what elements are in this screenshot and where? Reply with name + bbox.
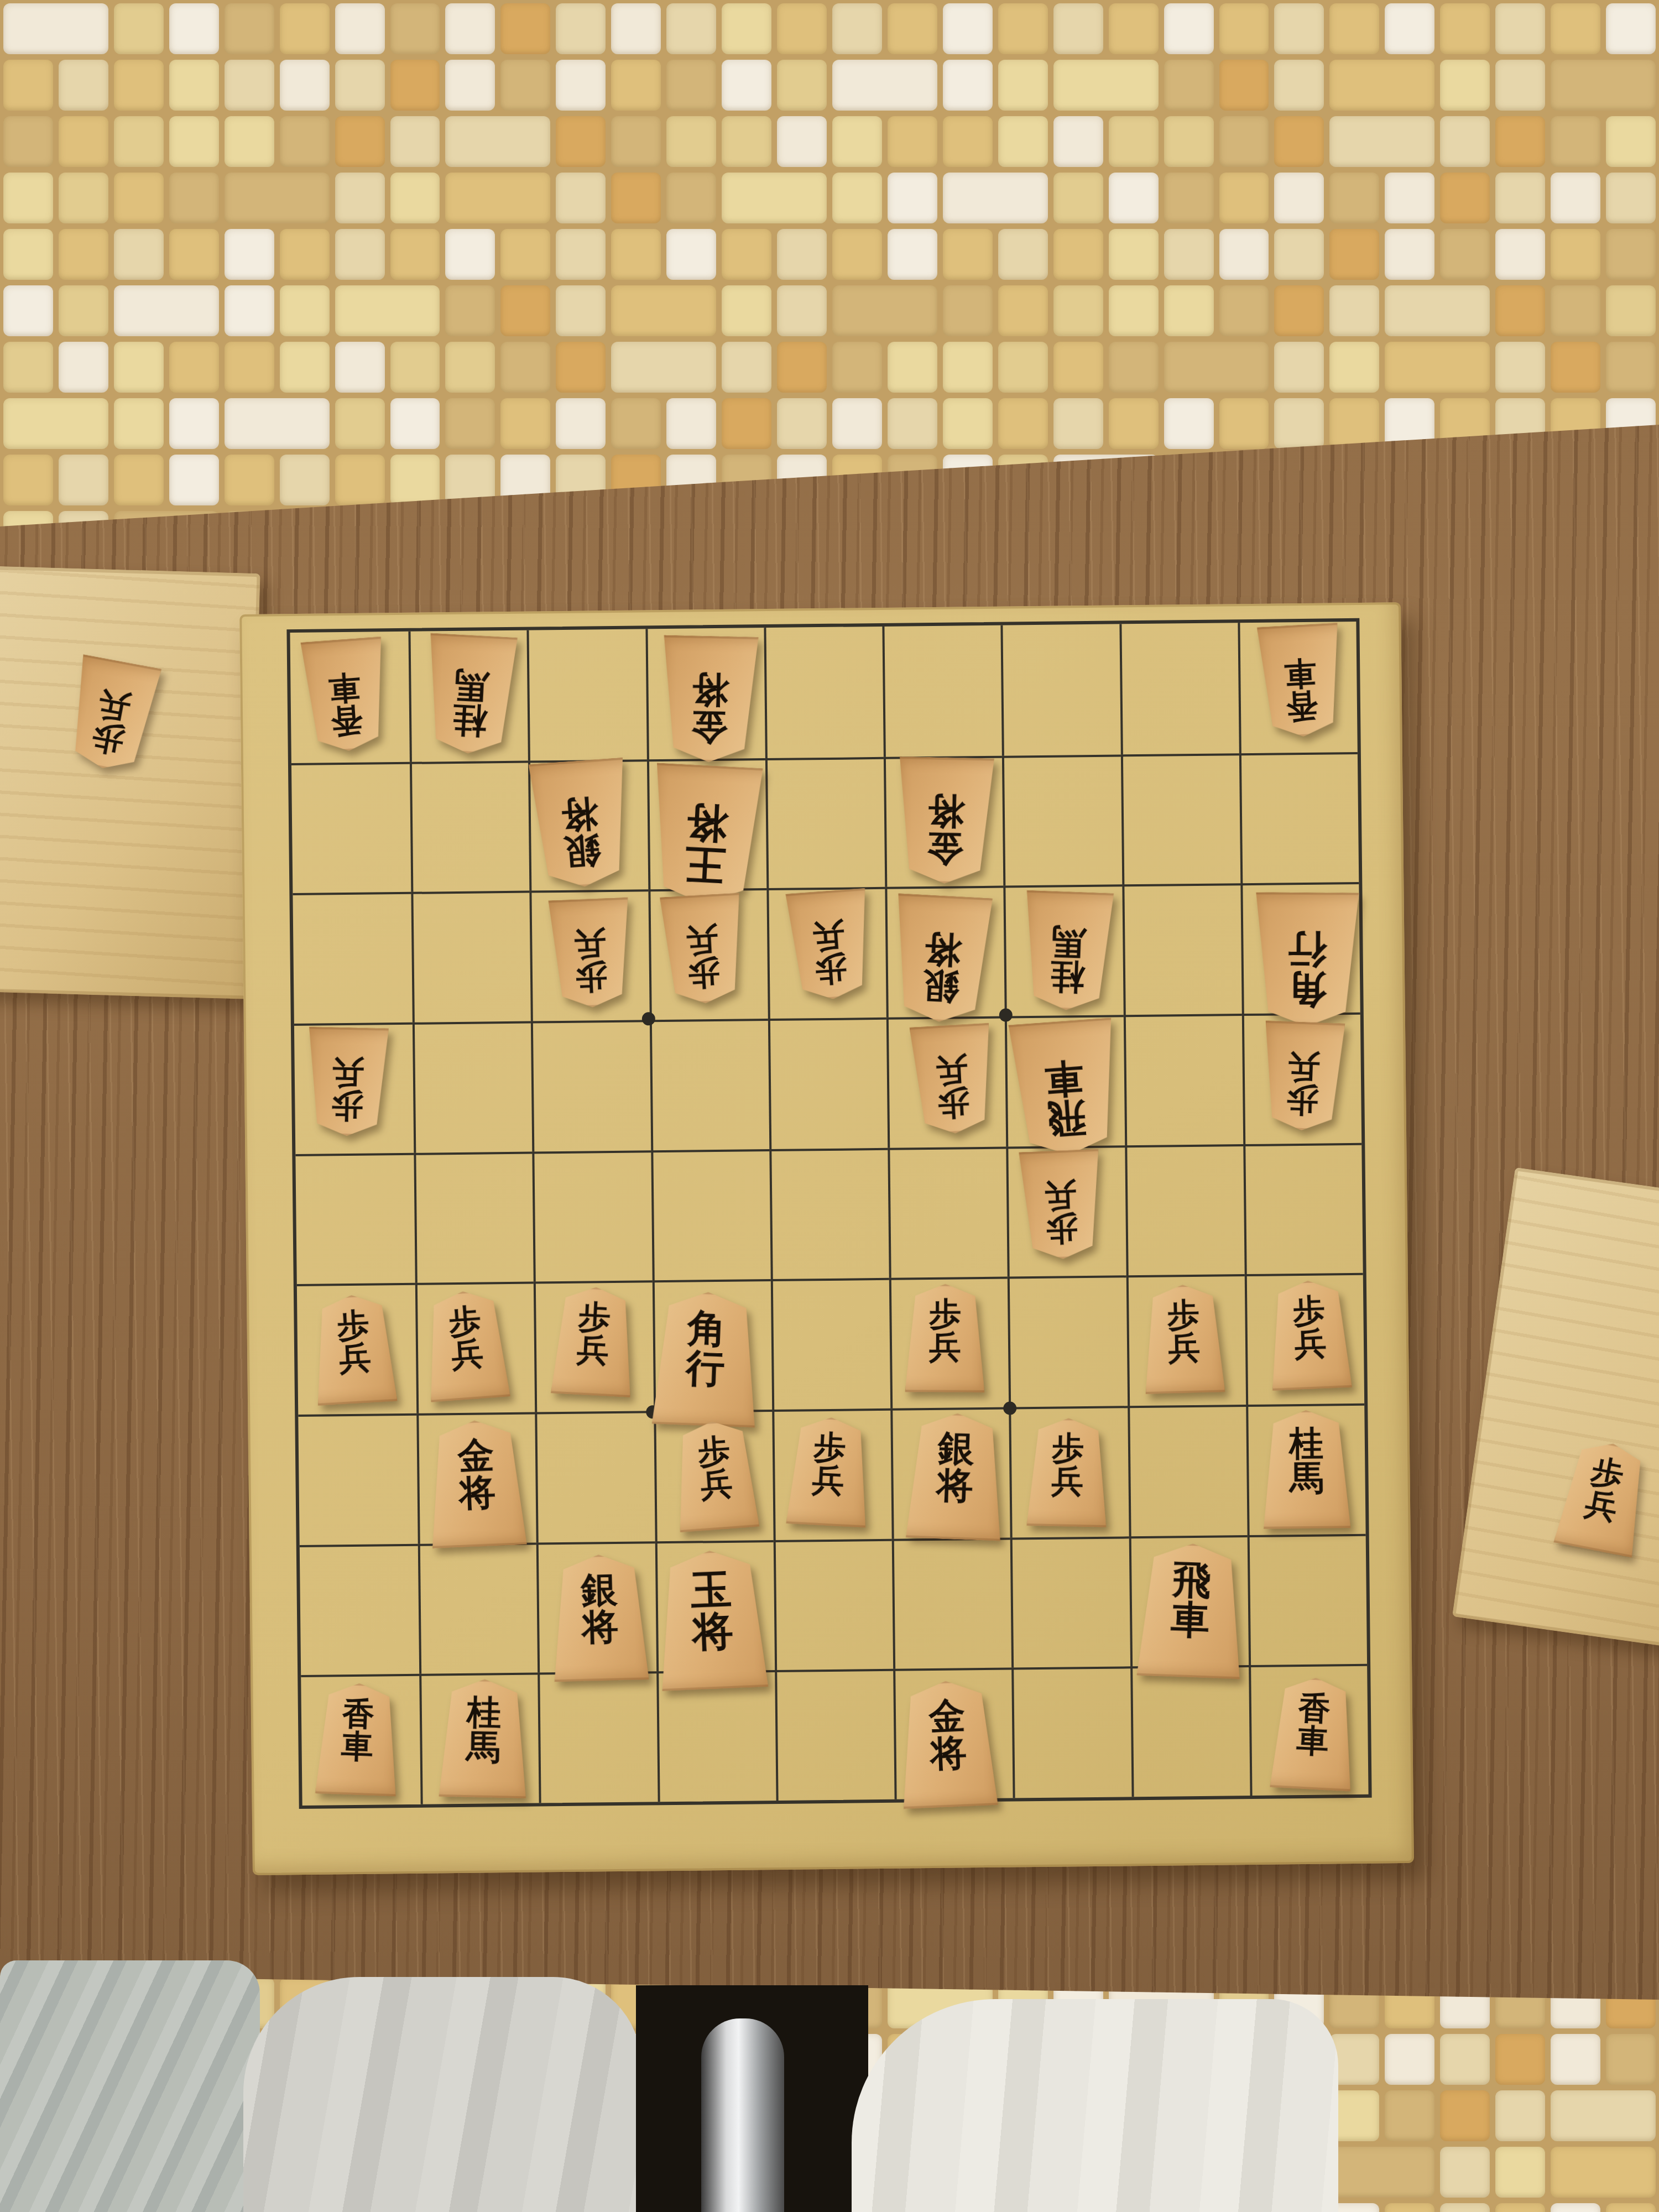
floor-tile (832, 116, 882, 167)
floor-tile (998, 229, 1048, 280)
piece-kanji-top: 歩 (936, 1086, 970, 1120)
floor-tile (280, 116, 330, 167)
piece-kanji-top: 玉 (690, 1568, 733, 1611)
floor-tile (666, 116, 716, 167)
floor-tile (335, 3, 385, 54)
piece-kanji-top: 香 (330, 703, 364, 738)
piece-kanji-bottom: 将 (692, 1610, 734, 1653)
floor-tile (1606, 2203, 1656, 2212)
floor-tile (335, 116, 385, 167)
floor-tile (777, 398, 827, 449)
floor-tile (611, 60, 661, 111)
floor-tile (1329, 173, 1379, 223)
floor-tile (3, 285, 53, 336)
piece-kanji-top: 歩 (813, 1431, 847, 1465)
square-5a[interactable] (764, 627, 884, 758)
floor-tile (777, 229, 827, 280)
floor-tile (335, 398, 385, 449)
floor-tile (1219, 3, 1269, 54)
square-1b[interactable] (1239, 752, 1359, 884)
piece-kanji-bottom: 馬 (1051, 924, 1086, 960)
floor-tile (722, 60, 771, 111)
floor-tile (1109, 229, 1159, 280)
square-9c[interactable] (293, 892, 413, 1024)
floor-tile (998, 285, 1048, 336)
square-7d[interactable] (531, 1020, 651, 1151)
floor-tile (1606, 342, 1656, 393)
floor-tile (500, 3, 550, 54)
square-2i[interactable] (1130, 1665, 1250, 1797)
floor-tile (998, 116, 1048, 167)
floor-tile (722, 173, 827, 223)
floor-tile (777, 285, 827, 336)
floor-tile (1606, 2034, 1656, 2085)
square-8b[interactable] (410, 760, 530, 892)
piece-kanji-bottom: 兵 (700, 1467, 734, 1502)
floor-tile (1606, 229, 1656, 280)
floor-tile (1329, 398, 1379, 449)
floor-tile (832, 398, 882, 449)
floor-tile (3, 398, 108, 449)
floor-tile (114, 60, 164, 111)
piece-kanji-bottom: 将 (560, 795, 599, 834)
piece-kanji-bottom: 将 (927, 792, 964, 831)
floor-tile (1109, 173, 1159, 223)
square-9h[interactable] (300, 1543, 420, 1675)
floor-tile (3, 229, 53, 280)
floor-tile (1551, 342, 1600, 393)
floor-tile (1164, 342, 1269, 393)
floor-tile (1274, 173, 1324, 223)
piece-kanji-top: 歩 (929, 1298, 961, 1331)
floor-tile (1385, 2203, 1434, 2212)
floor-tile (1495, 60, 1545, 111)
piece-kanji-top: 飛 (1046, 1097, 1088, 1139)
floor-tile (1329, 342, 1379, 393)
floor-tile (1219, 116, 1269, 167)
floor-tile (1495, 342, 1545, 393)
floor-tile (1440, 229, 1490, 280)
piece-kanji-top: 香 (1297, 1692, 1331, 1726)
square-8e[interactable] (414, 1151, 534, 1283)
floor-tile (114, 455, 164, 505)
floor-tile (1606, 285, 1656, 336)
piece-kanji-bottom: 兵 (811, 1463, 845, 1498)
piece-kanji-top: 桂 (452, 702, 488, 739)
square-4a[interactable] (883, 625, 1003, 757)
floor-tile (280, 455, 330, 505)
floor-tile (556, 173, 606, 223)
floor-tile (169, 3, 219, 54)
square-2d[interactable] (1123, 1014, 1243, 1145)
floor-tile (1551, 285, 1600, 336)
floor-tile (722, 229, 771, 280)
floor-tile (1219, 398, 1269, 449)
piece-kanji-top: 角 (1288, 969, 1327, 1009)
floor-tile (1109, 342, 1159, 393)
piece-1g-black-knight[interactable]: 桂馬 (1261, 1410, 1353, 1529)
floor-tile (722, 116, 771, 167)
floor-tile (611, 173, 661, 223)
floor-tile (114, 3, 164, 54)
floor-tile (3, 342, 53, 393)
piece-kanji-bottom: 兵 (685, 923, 719, 957)
floor-tile (1551, 2147, 1656, 2198)
floor-tile (225, 398, 330, 449)
floor-tile (169, 173, 219, 223)
floor-tile (1551, 2203, 1600, 2212)
floor-tile (169, 229, 219, 280)
floor-tile (777, 342, 827, 393)
square-9e[interactable] (295, 1152, 415, 1284)
floor-tile (888, 229, 937, 280)
floor-tile (59, 173, 108, 223)
square-6d[interactable] (649, 1019, 769, 1150)
floor-tile (556, 116, 606, 167)
floor-tile (225, 285, 274, 336)
floor-tile (888, 3, 937, 54)
floor-tile (1164, 116, 1214, 167)
piece-hand-undefined-pawn[interactable]: 歩兵 (62, 654, 163, 776)
floor-tile (1164, 60, 1214, 111)
floor-tile (1440, 2147, 1490, 2198)
floor-tile (1109, 398, 1159, 449)
piece-kanji-top: 飛 (1171, 1560, 1212, 1601)
floor-tile (59, 342, 108, 393)
square-7a[interactable] (527, 629, 647, 760)
piece-kanji-top: 銀 (562, 832, 602, 872)
piece-kanji-top: 銀 (581, 1571, 618, 1609)
floor-tile (1440, 60, 1490, 111)
floor-tile (1385, 229, 1434, 280)
square-7e[interactable] (533, 1150, 653, 1282)
floor-tile (611, 285, 716, 336)
piece-kanji-top: 歩 (1292, 1294, 1326, 1328)
floor-tile (445, 229, 495, 280)
square-9g[interactable] (298, 1413, 418, 1545)
square-3i[interactable] (1011, 1667, 1131, 1798)
floor-tile (1440, 2203, 1490, 2212)
floor-tile (998, 342, 1048, 393)
floor-tile (1053, 229, 1103, 280)
floor-tile (1385, 285, 1490, 336)
floor-tile (1495, 2090, 1545, 2141)
floor-tile (1053, 116, 1103, 167)
square-2a[interactable] (1119, 623, 1239, 754)
piece-kanji-bottom: 兵 (450, 1337, 484, 1371)
piece-kanji-bottom: 馬 (1289, 1460, 1324, 1496)
floor-tile (280, 229, 330, 280)
piece-kanji-top: 歩 (331, 1089, 363, 1122)
piece-kanji-top: 桂 (1289, 1425, 1324, 1460)
floor-tile (445, 398, 495, 449)
floor-tile (1329, 229, 1379, 280)
floor-tile (1219, 173, 1269, 223)
floor-tile (225, 3, 274, 54)
floor-tile (832, 3, 882, 54)
floor-tile (445, 3, 495, 54)
square-5d[interactable] (768, 1018, 888, 1149)
floor-tile (1495, 229, 1545, 280)
piece-hand-undefined-pawn[interactable]: 歩兵 (1552, 1436, 1654, 1558)
square-7g[interactable] (535, 1411, 655, 1542)
piece-kanji-bottom: 兵 (573, 927, 607, 961)
floor-tile (59, 455, 108, 505)
piece-kanji-bottom: 兵 (811, 919, 846, 953)
floor-tile (1053, 398, 1103, 449)
piece-kanji-bottom: 兵 (928, 1331, 961, 1363)
piece-kanji-top: 銀 (921, 967, 959, 1006)
piece-kanji-bottom: 将 (923, 930, 961, 969)
floor-tile (1164, 173, 1214, 223)
floor-tile (556, 398, 606, 449)
floor-tile (280, 342, 330, 393)
floor-tile (169, 342, 219, 393)
floor-tile (169, 60, 219, 111)
floor-tile (390, 342, 440, 393)
floor-tile (169, 398, 219, 449)
photo-shogi-game-overhead: { "game": "shogi", "scene": { "descripti… (0, 0, 1659, 2212)
floor-tile (777, 60, 827, 111)
floor-tile (1329, 285, 1379, 336)
floor-tile (998, 60, 1048, 111)
piece-kanji-bottom: 兵 (1287, 1050, 1321, 1084)
floor-tile (3, 60, 53, 111)
square-6e[interactable] (651, 1149, 771, 1281)
piece-kanji-bottom: 兵 (95, 687, 133, 725)
floor-tile (1053, 60, 1159, 111)
piece-kanji-top: 歩 (697, 1434, 732, 1469)
floor-tile (390, 229, 440, 280)
floor-tile (59, 116, 108, 167)
piece-kanji-bottom: 馬 (453, 667, 489, 704)
floor-tile (225, 173, 330, 223)
white-komadai[interactable]: 歩兵 (0, 566, 260, 999)
floor-tile (390, 455, 440, 505)
floor-tile (1329, 3, 1379, 54)
floor-tile (777, 116, 827, 167)
square-3a[interactable] (1001, 624, 1121, 755)
piece-kanji-top: 角 (687, 1309, 727, 1350)
floor-tile (3, 455, 53, 505)
floor-tile (390, 173, 440, 223)
floor-tile (832, 60, 937, 111)
floor-tile (1551, 2090, 1656, 2141)
floor-tile (832, 229, 882, 280)
floor-tile (1551, 116, 1600, 167)
floor-tile (1109, 285, 1159, 336)
piece-kanji-bottom: 兵 (935, 1053, 968, 1087)
piece-kanji-top: 歩 (578, 1300, 612, 1334)
floor-tile (666, 60, 716, 111)
piece-kanji-bottom: 車 (327, 670, 361, 705)
floor-tile (1495, 173, 1545, 223)
floor-tile (832, 173, 882, 223)
piece-kanji-top: 歩 (813, 951, 848, 986)
piece-kanji-bottom: 兵 (1582, 1486, 1620, 1525)
piece-kanji-bottom: 兵 (576, 1333, 609, 1368)
piece-kanji-bottom: 将 (582, 1608, 619, 1646)
floor-tile (1164, 3, 1214, 54)
square-2e[interactable] (1125, 1144, 1245, 1276)
floor-tile (3, 3, 108, 54)
piece-kanji-bottom: 将 (692, 671, 729, 709)
floor-tile (225, 60, 274, 111)
piece-kanji-bottom: 将 (686, 801, 729, 845)
square-9b[interactable] (291, 762, 411, 894)
floor-tile (611, 3, 661, 54)
floor-tile (1551, 2034, 1600, 2085)
piece-kanji-bottom: 車 (1043, 1057, 1084, 1099)
floor-tile (1274, 3, 1324, 54)
floor-tile (943, 229, 993, 280)
floor-tile (1329, 116, 1434, 167)
square-1h[interactable] (1247, 1533, 1367, 1665)
piece-kanji-bottom: 車 (1170, 1600, 1211, 1641)
floor-tile (777, 3, 827, 54)
floor-tile (225, 342, 274, 393)
floor-tile (943, 60, 993, 111)
piece-kanji-top: 桂 (1050, 959, 1085, 995)
floor-tile (335, 173, 385, 223)
floor-tile (280, 3, 330, 54)
square-8d[interactable] (413, 1021, 533, 1153)
floor-tile (722, 285, 771, 336)
piece-kanji-top: 銀 (937, 1429, 975, 1468)
square-5e[interactable] (769, 1147, 889, 1279)
piece-kanji-bottom: 行 (1288, 930, 1327, 969)
square-3f[interactable] (1008, 1276, 1128, 1407)
floor-tile (335, 455, 385, 505)
piece-kanji-top: 金 (926, 830, 963, 868)
floor-tile (59, 60, 108, 111)
floor-tile (225, 229, 274, 280)
floor-tile (1219, 229, 1269, 280)
square-8h[interactable] (418, 1542, 538, 1674)
floor-tile (1164, 398, 1214, 449)
floor-tile (280, 285, 330, 336)
floor-tile (114, 229, 164, 280)
floor-tile (1551, 3, 1600, 54)
floor-tile (888, 173, 937, 223)
floor-tile (1219, 285, 1269, 336)
floor-tile (943, 116, 993, 167)
floor-tile (832, 342, 882, 393)
piece-kanji-top: 金 (691, 708, 728, 747)
square-2b[interactable] (1120, 753, 1240, 885)
floor-tile (556, 229, 606, 280)
floor-tile (611, 229, 661, 280)
square-2c[interactable] (1122, 883, 1242, 1015)
floor-tile (225, 116, 274, 167)
floor-tile (114, 116, 164, 167)
piece-kanji-bottom: 兵 (331, 1056, 364, 1089)
floor-tile (59, 285, 108, 336)
star-point (641, 1012, 655, 1025)
square-5i[interactable] (775, 1669, 895, 1801)
floor-tile (1109, 3, 1159, 54)
square-4e[interactable] (888, 1146, 1008, 1278)
piece-1c-white-bishop[interactable]: 角行 (1253, 892, 1361, 1026)
floor-tile (888, 342, 937, 393)
floor-tile (1551, 229, 1600, 280)
floor-tile (611, 116, 661, 167)
floor-tile (556, 60, 606, 111)
floor-tile (1495, 2147, 1545, 2198)
floor-tile (1164, 285, 1214, 336)
floor-tile (666, 398, 716, 449)
square-8c[interactable] (411, 891, 531, 1022)
floor-tile (998, 3, 1048, 54)
piece-kanji-top: 王 (684, 843, 727, 886)
piece-kanji-bottom: 兵 (1051, 1464, 1084, 1498)
floor-tile (59, 229, 108, 280)
floor-tile (1495, 116, 1545, 167)
square-7i[interactable] (538, 1672, 658, 1803)
piece-kanji-top: 金 (457, 1436, 495, 1475)
piece-kanji-top: 香 (1285, 688, 1319, 723)
floor-tile (1109, 116, 1159, 167)
floor-tile (556, 3, 606, 54)
floor-tile (1606, 173, 1656, 223)
piece-kanji-bottom: 兵 (1167, 1331, 1201, 1365)
floor-tile (888, 116, 937, 167)
floor-tile (445, 60, 495, 111)
square-2g[interactable] (1128, 1405, 1248, 1536)
floor-tile (3, 116, 53, 167)
piece-kanji-top: 歩 (1052, 1432, 1084, 1465)
floor-tile (445, 285, 495, 336)
floor-tile (722, 3, 771, 54)
square-5h[interactable] (774, 1538, 894, 1670)
floor-tile (1385, 3, 1434, 54)
floor-tile (666, 3, 716, 54)
square-3b[interactable] (1002, 754, 1122, 886)
piece-kanji-top: 歩 (687, 956, 721, 990)
floor-tile (445, 342, 495, 393)
square-4h[interactable] (892, 1537, 1012, 1669)
floor-tile (943, 285, 993, 336)
square-3h[interactable] (1010, 1536, 1130, 1668)
floor-tile (1440, 2090, 1490, 2141)
floor-tile (114, 173, 164, 223)
piece-4f-black-pawn[interactable]: 歩兵 (903, 1284, 987, 1392)
piece-kanji-bottom: 行 (686, 1348, 726, 1389)
floor-tile (1440, 2034, 1490, 2085)
square-5f[interactable] (771, 1278, 891, 1410)
floor-tile (722, 342, 771, 393)
square-1e[interactable] (1243, 1143, 1363, 1275)
piece-kanji-bottom: 兵 (1294, 1327, 1327, 1361)
floor-tile (1274, 116, 1324, 167)
piece-kanji-top: 歩 (1045, 1212, 1078, 1246)
floor-tile (1495, 285, 1545, 336)
square-5b[interactable] (765, 757, 885, 889)
piece-kanji-bottom: 将 (458, 1473, 497, 1512)
plastic-bag (0, 1960, 260, 2212)
piece-kanji-top: 金 (928, 1697, 966, 1735)
floor-tile (225, 455, 274, 505)
piece-kanji-top: 桂 (467, 1694, 502, 1730)
floor-tile (1329, 2147, 1434, 2198)
floor-tile (3, 173, 53, 223)
floor-tile (169, 455, 219, 505)
floor-tile (335, 285, 440, 336)
floor-tile (556, 342, 606, 393)
floor-tile (1495, 2034, 1545, 2085)
floor-tile (1606, 3, 1656, 54)
piece-kanji-top: 香 (342, 1697, 375, 1731)
